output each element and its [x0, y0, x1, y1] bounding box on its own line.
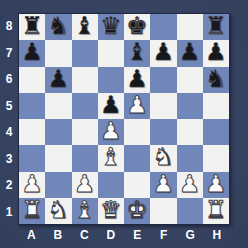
rank-labels: 87654321: [0, 13, 18, 225]
file-label-h: H: [204, 225, 231, 244]
square-e1: ♚: [124, 198, 150, 224]
file-label-a: A: [18, 225, 45, 244]
square-d1: ♛: [98, 198, 124, 224]
chess-board: ♜♞♝♛♚♜♟♝♟♟♟♟♟♞♟♟♟♝♞♟♟♟♟♟♜♞♝♛♚♜: [18, 13, 230, 225]
black-pawn: ♟: [205, 40, 227, 64]
square-c7: [72, 40, 98, 66]
square-g7: ♟: [177, 40, 203, 66]
white-pawn: ♟: [126, 93, 148, 117]
white-pawn: ♟: [205, 172, 227, 196]
square-c1: ♝: [72, 198, 98, 224]
black-queen: ♛: [100, 14, 122, 38]
white-rook: ♜: [205, 198, 227, 222]
square-b2: [45, 172, 71, 198]
black-rook: ♜: [21, 14, 43, 38]
file-label-f: F: [151, 225, 178, 244]
file-label-d: D: [98, 225, 125, 244]
white-bishop: ♝: [74, 198, 96, 222]
square-g8: [177, 14, 203, 40]
square-a1: ♜: [19, 198, 45, 224]
black-pawn: ♟: [153, 40, 175, 64]
square-h8: ♜: [203, 14, 229, 40]
black-knight: ♞: [48, 14, 70, 38]
square-f4: [150, 119, 176, 145]
white-king: ♚: [126, 198, 148, 222]
square-g1: [177, 198, 203, 224]
square-f6: [150, 67, 176, 93]
square-b8: ♞: [45, 14, 71, 40]
black-pawn: ♟: [21, 40, 43, 64]
square-h7: ♟: [203, 40, 229, 66]
square-h5: [203, 93, 229, 119]
file-labels: ABCDEFGH: [18, 225, 230, 244]
square-b1: ♞: [45, 198, 71, 224]
white-knight: ♞: [48, 198, 70, 222]
white-bishop: ♝: [100, 145, 122, 169]
rank-label-2: 2: [0, 172, 18, 199]
square-f1: [150, 198, 176, 224]
square-c5: [72, 93, 98, 119]
square-b5: [45, 93, 71, 119]
square-b6: ♟: [45, 67, 71, 93]
black-pawn: ♟: [100, 93, 122, 117]
square-c8: ♝: [72, 14, 98, 40]
square-g5: [177, 93, 203, 119]
rank-label-6: 6: [0, 66, 18, 93]
rank-label-3: 3: [0, 146, 18, 173]
black-king: ♚: [126, 14, 148, 38]
chess-diagram: 87654321 ♜♞♝♛♚♜♟♝♟♟♟♟♟♞♟♟♟♝♞♟♟♟♟♟♜♞♝♛♚♜ …: [0, 0, 248, 248]
white-rook: ♜: [21, 198, 43, 222]
square-c2: ♟: [72, 172, 98, 198]
square-e2: [124, 172, 150, 198]
square-f2: ♟: [150, 172, 176, 198]
square-d6: [98, 67, 124, 93]
square-a7: ♟: [19, 40, 45, 66]
square-g6: [177, 67, 203, 93]
square-g2: ♟: [177, 172, 203, 198]
square-d4: ♟: [98, 119, 124, 145]
black-knight: ♞: [205, 67, 227, 91]
square-d7: [98, 40, 124, 66]
black-rook: ♜: [205, 14, 227, 38]
square-e6: ♟: [124, 67, 150, 93]
square-b7: [45, 40, 71, 66]
square-d5: ♟: [98, 93, 124, 119]
square-a6: [19, 67, 45, 93]
square-c6: [72, 67, 98, 93]
white-pawn: ♟: [100, 119, 122, 143]
square-d3: ♝: [98, 145, 124, 171]
square-a5: [19, 93, 45, 119]
square-e3: [124, 145, 150, 171]
square-f5: [150, 93, 176, 119]
white-pawn: ♟: [21, 172, 43, 196]
file-label-c: C: [71, 225, 98, 244]
square-h1: ♜: [203, 198, 229, 224]
square-h2: ♟: [203, 172, 229, 198]
square-e4: [124, 119, 150, 145]
file-label-e: E: [124, 225, 151, 244]
white-queen: ♛: [100, 198, 122, 222]
square-f8: [150, 14, 176, 40]
square-e5: ♟: [124, 93, 150, 119]
black-pawn: ♟: [179, 40, 201, 64]
square-f7: ♟: [150, 40, 176, 66]
square-f3: ♞: [150, 145, 176, 171]
square-a2: ♟: [19, 172, 45, 198]
black-pawn: ♟: [48, 67, 70, 91]
white-pawn: ♟: [74, 172, 96, 196]
black-bishop: ♝: [74, 14, 96, 38]
black-bishop: ♝: [126, 40, 148, 64]
rank-label-4: 4: [0, 119, 18, 146]
black-pawn: ♟: [126, 67, 148, 91]
square-d8: ♛: [98, 14, 124, 40]
square-b3: [45, 145, 71, 171]
rank-label-1: 1: [0, 199, 18, 226]
rank-label-5: 5: [0, 93, 18, 120]
rank-label-7: 7: [0, 40, 18, 67]
square-h4: [203, 119, 229, 145]
square-g4: [177, 119, 203, 145]
square-d2: [98, 172, 124, 198]
square-h3: [203, 145, 229, 171]
square-c3: [72, 145, 98, 171]
square-b4: [45, 119, 71, 145]
square-e8: ♚: [124, 14, 150, 40]
rank-label-8: 8: [0, 13, 18, 40]
square-a4: [19, 119, 45, 145]
white-pawn: ♟: [179, 172, 201, 196]
square-h6: ♞: [203, 67, 229, 93]
square-a3: [19, 145, 45, 171]
square-c4: [72, 119, 98, 145]
square-g3: [177, 145, 203, 171]
file-label-g: G: [177, 225, 204, 244]
file-label-b: B: [45, 225, 72, 244]
white-pawn: ♟: [153, 172, 175, 196]
square-a8: ♜: [19, 14, 45, 40]
square-e7: ♝: [124, 40, 150, 66]
white-knight: ♞: [153, 145, 175, 169]
